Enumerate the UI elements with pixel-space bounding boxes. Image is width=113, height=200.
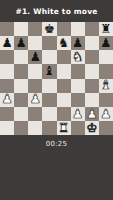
square-h4[interactable]: ♝ (99, 79, 113, 93)
white-king-icon: ♚ (86, 121, 97, 134)
square-h8[interactable]: ♜ (99, 22, 113, 36)
black-pawn-icon: ♟ (1, 36, 12, 49)
square-f1[interactable] (71, 121, 85, 135)
square-b7[interactable]: ♟ (14, 36, 28, 50)
square-h5[interactable] (99, 64, 113, 78)
chess-board[interactable]: ♚♜♟♟♞♟♟♟♞♝♝♟♟♟♟♟♜♚ (0, 22, 113, 135)
square-a2[interactable] (0, 107, 14, 121)
square-c8[interactable] (28, 22, 42, 36)
square-c7[interactable] (28, 36, 42, 50)
white-pawn-icon: ♟ (72, 107, 83, 120)
square-b8[interactable] (14, 22, 28, 36)
white-bishop-icon: ♝ (100, 79, 111, 92)
square-c1[interactable] (28, 121, 42, 135)
square-g6[interactable] (85, 50, 99, 64)
square-e4[interactable] (57, 79, 71, 93)
black-knight-icon: ♞ (58, 36, 69, 49)
white-pawn-icon: ♟ (1, 93, 12, 106)
square-c4[interactable] (28, 79, 42, 93)
black-pawn-icon: ♟ (100, 36, 111, 49)
square-h1[interactable] (99, 121, 113, 135)
square-h7[interactable]: ♟ (99, 36, 113, 50)
square-e6[interactable] (57, 50, 71, 64)
puzzle-header: #1. White to move (0, 0, 113, 22)
black-pawn-icon: ♟ (16, 36, 27, 49)
square-d7[interactable] (42, 36, 56, 50)
square-f8[interactable] (71, 22, 85, 36)
puzzle-title: #1. White to move (15, 7, 97, 16)
square-b2[interactable] (14, 107, 28, 121)
square-g7[interactable] (85, 36, 99, 50)
puzzle-timer: 00:25 (46, 140, 68, 148)
square-f6[interactable]: ♞ (71, 50, 85, 64)
square-f2[interactable]: ♟ (71, 107, 85, 121)
white-rook-icon: ♜ (58, 121, 69, 134)
black-bishop-icon: ♝ (44, 65, 55, 78)
square-c6[interactable]: ♟ (28, 50, 42, 64)
square-g2[interactable]: ♟ (85, 107, 99, 121)
square-a5[interactable] (0, 64, 14, 78)
square-a4[interactable] (0, 79, 14, 93)
white-pawn-icon: ♟ (100, 107, 111, 120)
square-f4[interactable] (71, 79, 85, 93)
square-c5[interactable] (28, 64, 42, 78)
square-e7[interactable]: ♞ (57, 36, 71, 50)
white-pawn-icon: ♟ (86, 107, 97, 120)
black-pawn-icon: ♟ (72, 36, 83, 49)
square-d5[interactable]: ♝ (42, 64, 56, 78)
square-d3[interactable] (42, 93, 56, 107)
square-g5[interactable] (85, 64, 99, 78)
square-a8[interactable] (0, 22, 14, 36)
square-e3[interactable] (57, 93, 71, 107)
square-a1[interactable] (0, 121, 14, 135)
square-b6[interactable] (14, 50, 28, 64)
square-f7[interactable]: ♟ (71, 36, 85, 50)
square-d8[interactable]: ♚ (42, 22, 56, 36)
square-h6[interactable] (99, 50, 113, 64)
square-a3[interactable]: ♟ (0, 93, 14, 107)
square-e8[interactable] (57, 22, 71, 36)
square-a7[interactable]: ♟ (0, 36, 14, 50)
square-g8[interactable] (85, 22, 99, 36)
black-king-icon: ♚ (44, 22, 55, 35)
square-d4[interactable] (42, 79, 56, 93)
square-b4[interactable] (14, 79, 28, 93)
square-e1[interactable]: ♜ (57, 121, 71, 135)
white-knight-icon: ♞ (72, 51, 83, 64)
chess-puzzle-app: #1. White to move ♚♜♟♟♞♟♟♟♞♝♝♟♟♟♟♟♜♚ 00:… (0, 0, 113, 200)
square-d1[interactable] (42, 121, 56, 135)
square-b1[interactable] (14, 121, 28, 135)
square-b3[interactable] (14, 93, 28, 107)
square-h2[interactable]: ♟ (99, 107, 113, 121)
square-e5[interactable] (57, 64, 71, 78)
square-d2[interactable] (42, 107, 56, 121)
square-e2[interactable] (57, 107, 71, 121)
black-rook-icon: ♜ (100, 22, 111, 35)
square-c2[interactable] (28, 107, 42, 121)
square-a6[interactable] (0, 50, 14, 64)
black-pawn-icon: ♟ (30, 51, 41, 64)
square-g4[interactable] (85, 79, 99, 93)
square-g3[interactable] (85, 93, 99, 107)
footer-area: 00:25 (0, 135, 113, 200)
white-pawn-icon: ♟ (30, 93, 41, 106)
square-h3[interactable] (99, 93, 113, 107)
square-f3[interactable] (71, 93, 85, 107)
square-f5[interactable] (71, 64, 85, 78)
square-b5[interactable] (14, 64, 28, 78)
square-g1[interactable]: ♚ (85, 121, 99, 135)
square-d6[interactable] (42, 50, 56, 64)
square-c3[interactable]: ♟ (28, 93, 42, 107)
